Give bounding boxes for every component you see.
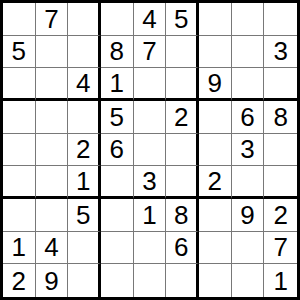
cell-r1c3-empty[interactable] [68, 3, 101, 36]
cell-r3c6-empty[interactable] [166, 68, 199, 101]
cell-r6c1-empty[interactable] [3, 166, 36, 199]
cell-r2c8-empty[interactable] [232, 36, 265, 69]
cell-r2c2-empty[interactable] [36, 36, 69, 69]
cell-r9c1-given[interactable]: 2 [3, 264, 36, 297]
cell-r8c9-given[interactable]: 7 [264, 232, 297, 265]
cell-r3c7-given[interactable]: 9 [199, 68, 232, 101]
cell-r2c7-empty[interactable] [199, 36, 232, 69]
cell-r6c3-given[interactable]: 1 [68, 166, 101, 199]
cell-r2c6-empty[interactable] [166, 36, 199, 69]
cell-r3c9-empty[interactable] [264, 68, 297, 101]
cell-r8c8-empty[interactable] [232, 232, 265, 265]
cell-r2c1-given[interactable]: 5 [3, 36, 36, 69]
cell-r9c9-given[interactable]: 1 [264, 264, 297, 297]
cell-r7c8-given[interactable]: 9 [232, 199, 265, 232]
cell-r4c1-empty[interactable] [3, 101, 36, 134]
cell-r8c1-given[interactable]: 1 [3, 232, 36, 265]
cell-r1c8-empty[interactable] [232, 3, 265, 36]
cell-r7c3-given[interactable]: 5 [68, 199, 101, 232]
cell-r2c4-given[interactable]: 8 [101, 36, 134, 69]
cell-r3c3-given[interactable]: 4 [68, 68, 101, 101]
cell-r5c3-given[interactable]: 2 [68, 134, 101, 167]
cell-r3c1-empty[interactable] [3, 68, 36, 101]
cell-r4c3-empty[interactable] [68, 101, 101, 134]
cell-r7c6-given[interactable]: 8 [166, 199, 199, 232]
cell-r4c4-given[interactable]: 5 [101, 101, 134, 134]
cell-r6c8-empty[interactable] [232, 166, 265, 199]
cell-r6c7-given[interactable]: 2 [199, 166, 232, 199]
cell-r1c7-empty[interactable] [199, 3, 232, 36]
cell-r7c4-empty[interactable] [101, 199, 134, 232]
cell-r8c2-given[interactable]: 4 [36, 232, 69, 265]
cell-r9c8-empty[interactable] [232, 264, 265, 297]
cell-r1c1-empty[interactable] [3, 3, 36, 36]
cell-r1c2-given[interactable]: 7 [36, 3, 69, 36]
cell-r4c6-given[interactable]: 2 [166, 101, 199, 134]
cell-r7c2-empty[interactable] [36, 199, 69, 232]
cell-r5c8-given[interactable]: 3 [232, 134, 265, 167]
cell-r6c6-empty[interactable] [166, 166, 199, 199]
cell-r8c5-empty[interactable] [134, 232, 167, 265]
cell-r6c9-empty[interactable] [264, 166, 297, 199]
cell-r9c4-empty[interactable] [101, 264, 134, 297]
cell-r6c5-given[interactable]: 3 [134, 166, 167, 199]
cell-r5c7-empty[interactable] [199, 134, 232, 167]
cell-r5c5-empty[interactable] [134, 134, 167, 167]
cell-r4c5-empty[interactable] [134, 101, 167, 134]
cell-r5c2-empty[interactable] [36, 134, 69, 167]
cell-r8c6-given[interactable]: 6 [166, 232, 199, 265]
cell-r1c9-empty[interactable] [264, 3, 297, 36]
cell-r9c7-empty[interactable] [199, 264, 232, 297]
cell-r1c6-given[interactable]: 5 [166, 3, 199, 36]
cell-r4c2-empty[interactable] [36, 101, 69, 134]
cell-r5c9-empty[interactable] [264, 134, 297, 167]
cell-r9c5-empty[interactable] [134, 264, 167, 297]
cell-r7c1-empty[interactable] [3, 199, 36, 232]
cell-r7c9-given[interactable]: 2 [264, 199, 297, 232]
cell-r2c9-given[interactable]: 3 [264, 36, 297, 69]
cell-r7c5-given[interactable]: 1 [134, 199, 167, 232]
cell-r3c5-empty[interactable] [134, 68, 167, 101]
cell-r4c8-given[interactable]: 6 [232, 101, 265, 134]
cell-r8c3-empty[interactable] [68, 232, 101, 265]
cell-r3c2-empty[interactable] [36, 68, 69, 101]
cell-r3c4-given[interactable]: 1 [101, 68, 134, 101]
cell-r7c7-empty[interactable] [199, 199, 232, 232]
cell-r5c6-empty[interactable] [166, 134, 199, 167]
cell-r4c7-empty[interactable] [199, 101, 232, 134]
cell-r1c5-given[interactable]: 4 [134, 3, 167, 36]
cell-r5c1-empty[interactable] [3, 134, 36, 167]
cell-r8c7-empty[interactable] [199, 232, 232, 265]
cell-r5c4-given[interactable]: 6 [101, 134, 134, 167]
cell-r8c4-empty[interactable] [101, 232, 134, 265]
cell-r6c2-empty[interactable] [36, 166, 69, 199]
cell-r3c8-empty[interactable] [232, 68, 265, 101]
sudoku-board: 74558734195268263132518921467291 [0, 0, 300, 300]
cell-r9c2-given[interactable]: 9 [36, 264, 69, 297]
cell-r9c6-empty[interactable] [166, 264, 199, 297]
cell-r1c4-empty[interactable] [101, 3, 134, 36]
cell-r6c4-empty[interactable] [101, 166, 134, 199]
cell-r2c3-empty[interactable] [68, 36, 101, 69]
cell-r2c5-given[interactable]: 7 [134, 36, 167, 69]
cell-r4c9-given[interactable]: 8 [264, 101, 297, 134]
cell-r9c3-empty[interactable] [68, 264, 101, 297]
